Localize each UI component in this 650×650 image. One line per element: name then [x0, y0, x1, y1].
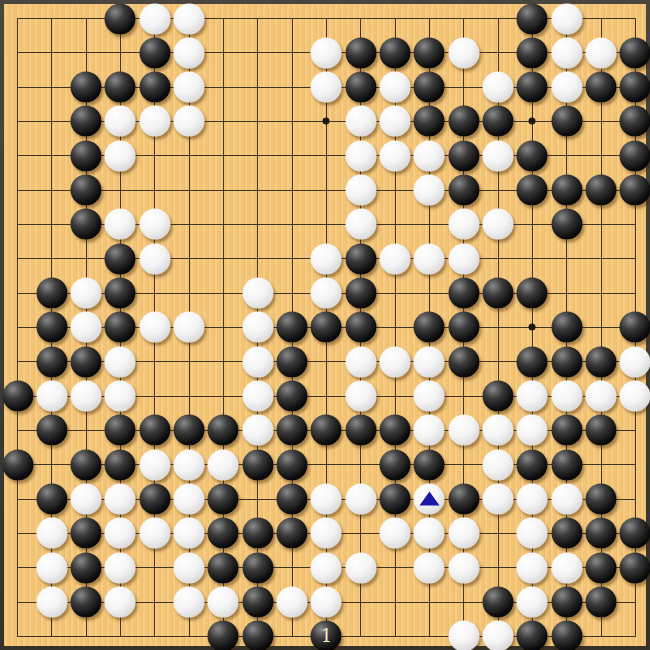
black-stone	[620, 518, 650, 549]
black-stone	[448, 175, 479, 206]
white-stone	[311, 243, 342, 274]
black-stone	[551, 175, 582, 206]
white-stone	[414, 518, 445, 549]
black-stone	[551, 587, 582, 618]
black-stone	[277, 346, 308, 377]
black-stone	[380, 415, 411, 446]
black-stone	[517, 621, 548, 650]
white-stone	[242, 312, 273, 343]
black-stone	[551, 209, 582, 240]
black-stone	[483, 106, 514, 137]
black-stone	[448, 484, 479, 515]
black-stone	[277, 312, 308, 343]
black-stone	[620, 312, 650, 343]
white-stone	[586, 37, 617, 68]
black-stone	[208, 621, 239, 650]
white-stone	[105, 140, 136, 171]
white-stone	[242, 381, 273, 412]
white-stone	[380, 72, 411, 103]
white-stone	[242, 346, 273, 377]
white-stone	[311, 518, 342, 549]
black-stone	[380, 449, 411, 480]
black-stone	[139, 72, 170, 103]
white-stone	[105, 209, 136, 240]
black-stone	[586, 72, 617, 103]
black-stone	[277, 449, 308, 480]
black-stone	[71, 175, 102, 206]
black-stone	[208, 484, 239, 515]
white-stone	[105, 484, 136, 515]
black-stone	[517, 175, 548, 206]
white-stone	[414, 415, 445, 446]
white-stone	[620, 381, 650, 412]
black-stone	[414, 72, 445, 103]
black-stone	[2, 381, 33, 412]
white-stone	[414, 243, 445, 274]
white-stone	[139, 106, 170, 137]
white-stone	[345, 346, 376, 377]
white-stone	[345, 106, 376, 137]
white-stone	[483, 72, 514, 103]
black-stone	[71, 346, 102, 377]
black-stone	[551, 621, 582, 650]
black-stone	[36, 415, 67, 446]
black-stone	[105, 278, 136, 309]
white-stone	[551, 381, 582, 412]
black-stone	[586, 552, 617, 583]
black-stone	[139, 37, 170, 68]
white-stone	[414, 346, 445, 377]
black-stone	[586, 484, 617, 515]
white-stone	[380, 346, 411, 377]
white-stone	[174, 449, 205, 480]
white-stone	[174, 3, 205, 34]
black-stone	[242, 621, 273, 650]
black-stone	[620, 72, 650, 103]
triangle-marker-icon	[419, 491, 439, 505]
white-stone	[345, 175, 376, 206]
black-stone	[105, 72, 136, 103]
white-stone	[105, 346, 136, 377]
white-stone	[174, 587, 205, 618]
star-point	[323, 118, 330, 125]
black-stone	[620, 106, 650, 137]
white-stone	[483, 209, 514, 240]
white-stone	[174, 552, 205, 583]
black-stone	[448, 346, 479, 377]
black-stone	[551, 312, 582, 343]
black-stone	[448, 106, 479, 137]
black-stone	[551, 346, 582, 377]
white-stone	[105, 106, 136, 137]
white-stone	[311, 552, 342, 583]
white-stone	[311, 587, 342, 618]
white-stone	[448, 415, 479, 446]
black-stone	[36, 346, 67, 377]
white-stone	[414, 175, 445, 206]
white-stone	[311, 37, 342, 68]
white-stone	[345, 484, 376, 515]
black-stone	[208, 552, 239, 583]
black-stone	[71, 518, 102, 549]
go-board[interactable]: 1	[4, 4, 646, 646]
white-stone	[517, 518, 548, 549]
white-stone	[139, 518, 170, 549]
black-stone	[483, 587, 514, 618]
black-stone: 1	[311, 621, 342, 650]
black-stone	[551, 415, 582, 446]
white-stone	[139, 3, 170, 34]
white-stone	[139, 449, 170, 480]
black-stone	[277, 415, 308, 446]
black-stone	[345, 243, 376, 274]
white-stone	[483, 140, 514, 171]
black-stone	[105, 449, 136, 480]
white-stone	[174, 37, 205, 68]
white-stone	[242, 278, 273, 309]
black-stone	[448, 278, 479, 309]
black-stone	[448, 140, 479, 171]
white-stone	[242, 415, 273, 446]
white-stone	[208, 587, 239, 618]
black-stone	[517, 278, 548, 309]
white-stone	[551, 484, 582, 515]
black-stone	[71, 449, 102, 480]
black-stone	[105, 312, 136, 343]
black-stone	[105, 3, 136, 34]
white-stone	[414, 140, 445, 171]
white-stone	[448, 552, 479, 583]
white-stone	[71, 278, 102, 309]
black-stone	[414, 37, 445, 68]
black-stone	[105, 415, 136, 446]
white-stone	[36, 587, 67, 618]
white-stone	[311, 278, 342, 309]
black-stone	[242, 552, 273, 583]
black-stone	[345, 312, 376, 343]
black-stone	[448, 312, 479, 343]
white-stone	[345, 209, 376, 240]
black-stone	[139, 415, 170, 446]
black-stone	[71, 106, 102, 137]
black-stone	[2, 449, 33, 480]
black-stone	[345, 72, 376, 103]
white-stone	[448, 209, 479, 240]
white-stone	[380, 518, 411, 549]
black-stone	[483, 381, 514, 412]
white-stone	[345, 552, 376, 583]
white-stone	[483, 484, 514, 515]
white-stone	[345, 381, 376, 412]
white-stone	[483, 415, 514, 446]
move-number-label: 1	[321, 627, 332, 645]
white-stone	[551, 72, 582, 103]
black-stone	[551, 106, 582, 137]
black-stone	[242, 587, 273, 618]
black-stone	[174, 415, 205, 446]
white-stone	[71, 381, 102, 412]
white-stone	[380, 106, 411, 137]
white-stone	[105, 381, 136, 412]
white-stone	[517, 587, 548, 618]
white-stone	[174, 312, 205, 343]
black-stone	[71, 587, 102, 618]
white-stone	[448, 621, 479, 650]
white-stone	[174, 518, 205, 549]
white-stone	[448, 37, 479, 68]
grid-line-vertical	[17, 18, 18, 637]
black-stone	[517, 140, 548, 171]
white-stone	[414, 552, 445, 583]
black-stone	[620, 552, 650, 583]
black-stone	[517, 449, 548, 480]
white-stone	[311, 72, 342, 103]
black-stone	[71, 140, 102, 171]
black-stone	[71, 209, 102, 240]
white-stone	[311, 484, 342, 515]
white-stone	[414, 484, 445, 515]
white-stone	[36, 381, 67, 412]
black-stone	[414, 449, 445, 480]
board-frame: 1	[0, 0, 650, 650]
black-stone	[71, 552, 102, 583]
black-stone	[345, 37, 376, 68]
black-stone	[380, 484, 411, 515]
white-stone	[517, 484, 548, 515]
white-stone	[208, 449, 239, 480]
black-stone	[620, 37, 650, 68]
black-stone	[139, 484, 170, 515]
black-stone	[311, 312, 342, 343]
black-stone	[71, 72, 102, 103]
white-stone	[517, 381, 548, 412]
white-stone	[517, 552, 548, 583]
black-stone	[586, 518, 617, 549]
white-stone	[551, 552, 582, 583]
black-stone	[517, 37, 548, 68]
black-stone	[208, 518, 239, 549]
black-stone	[551, 449, 582, 480]
white-stone	[105, 518, 136, 549]
black-stone	[517, 3, 548, 34]
black-stone	[277, 484, 308, 515]
black-stone	[620, 140, 650, 171]
white-stone	[71, 312, 102, 343]
white-stone	[551, 3, 582, 34]
white-stone	[448, 518, 479, 549]
star-point	[529, 118, 536, 125]
white-stone	[586, 381, 617, 412]
black-stone	[277, 381, 308, 412]
black-stone	[517, 346, 548, 377]
black-stone	[414, 106, 445, 137]
white-stone	[517, 415, 548, 446]
white-stone	[414, 381, 445, 412]
black-stone	[208, 415, 239, 446]
black-stone	[517, 72, 548, 103]
white-stone	[380, 140, 411, 171]
star-point	[529, 324, 536, 331]
black-stone	[414, 312, 445, 343]
black-stone	[586, 415, 617, 446]
black-stone	[380, 37, 411, 68]
white-stone	[345, 140, 376, 171]
black-stone	[345, 278, 376, 309]
white-stone	[139, 312, 170, 343]
white-stone	[448, 243, 479, 274]
black-stone	[242, 518, 273, 549]
black-stone	[36, 278, 67, 309]
black-stone	[311, 415, 342, 446]
black-stone	[483, 278, 514, 309]
black-stone	[105, 243, 136, 274]
black-stone	[345, 415, 376, 446]
white-stone	[551, 37, 582, 68]
white-stone	[174, 106, 205, 137]
white-stone	[105, 587, 136, 618]
black-stone	[620, 175, 650, 206]
white-stone	[483, 449, 514, 480]
white-stone	[139, 243, 170, 274]
white-stone	[174, 72, 205, 103]
black-stone	[551, 518, 582, 549]
black-stone	[36, 312, 67, 343]
black-stone	[586, 346, 617, 377]
white-stone	[36, 552, 67, 583]
white-stone	[139, 209, 170, 240]
black-stone	[277, 518, 308, 549]
black-stone	[242, 449, 273, 480]
white-stone	[277, 587, 308, 618]
white-stone	[36, 518, 67, 549]
white-stone	[105, 552, 136, 583]
white-stone	[620, 346, 650, 377]
black-stone	[36, 484, 67, 515]
black-stone	[586, 587, 617, 618]
white-stone	[380, 243, 411, 274]
white-stone	[71, 484, 102, 515]
black-stone	[586, 175, 617, 206]
white-stone	[174, 484, 205, 515]
white-stone	[483, 621, 514, 650]
